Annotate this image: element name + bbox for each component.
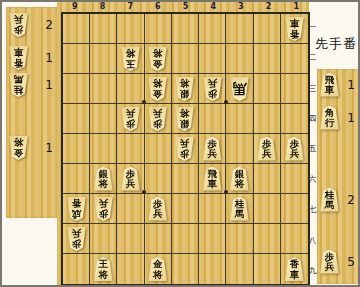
- cell-93[interactable]: [63, 74, 90, 104]
- cell-79[interactable]: [117, 254, 144, 284]
- gote-hand-gold-count: 1: [45, 141, 53, 155]
- cell-39[interactable]: [226, 254, 253, 284]
- star-point: [142, 100, 146, 104]
- gote-hand-pawn-count: 2: [45, 18, 53, 32]
- cell-68[interactable]: [145, 224, 172, 254]
- piece-kanji: 金 将: [8, 136, 29, 158]
- cell-82[interactable]: [90, 44, 117, 74]
- piece-kanji: 歩 兵: [202, 77, 223, 99]
- cell-48[interactable]: [199, 224, 226, 254]
- piece-wrapper: 桂 馬: [8, 73, 29, 97]
- sente-king[interactable]: 王 将: [93, 257, 114, 281]
- cell-72[interactable]: 玉 将: [117, 44, 144, 74]
- cell-17[interactable]: [281, 194, 308, 224]
- cell-32[interactable]: [226, 44, 253, 74]
- piece-kanji: 銀 将: [174, 107, 195, 129]
- gote-pawn[interactable]: 歩 兵: [174, 137, 195, 161]
- cell-13[interactable]: [281, 74, 308, 104]
- star-point: [224, 190, 228, 194]
- gote-promoted-lance[interactable]: 成 香: [66, 197, 87, 221]
- piece-wrapper: 歩 兵: [120, 167, 141, 191]
- cell-73[interactable]: [117, 74, 144, 104]
- piece-kanji: 玉 将: [120, 47, 141, 69]
- cell-25[interactable]: 歩 兵: [254, 134, 281, 164]
- gote-hand-lance[interactable]: 香 車1: [6, 44, 57, 71]
- file-label: 1: [282, 2, 310, 12]
- piece-kanji: 桂 馬: [8, 73, 29, 95]
- cell-28[interactable]: [254, 224, 281, 254]
- cell-34[interactable]: [226, 104, 253, 134]
- piece-wrapper: 歩 兵: [147, 107, 168, 131]
- piece-wrapper: 銀 将: [174, 77, 195, 101]
- star-point: [224, 100, 228, 104]
- cell-47[interactable]: [199, 194, 226, 224]
- piece-wrapper: 歩 兵: [202, 137, 223, 161]
- sente-rook[interactable]: 飛 車: [202, 167, 223, 191]
- gote-silver[interactable]: 銀 将: [174, 107, 195, 131]
- cell-14[interactable]: [281, 104, 308, 134]
- piece-wrapper: 玉 将: [120, 47, 141, 71]
- piece-wrapper: 歩 兵: [256, 137, 277, 161]
- cell-24[interactable]: [254, 104, 281, 134]
- file-label: 8: [89, 2, 117, 12]
- piece-wrapper: 飛 車: [202, 167, 223, 191]
- piece-kanji: 香 車: [284, 17, 305, 39]
- sente-knight[interactable]: 桂 馬: [319, 188, 340, 212]
- cell-71[interactable]: [117, 14, 144, 44]
- piece-wrapper: 香 車: [284, 17, 305, 41]
- piece-wrapper: 桂 馬: [319, 188, 340, 212]
- cell-75[interactable]: [117, 134, 144, 164]
- cell-76[interactable]: 歩 兵: [117, 164, 144, 194]
- cell-62[interactable]: 金 将: [145, 44, 172, 74]
- gote-pawn[interactable]: 歩 兵: [8, 13, 29, 37]
- cell-15[interactable]: 歩 兵: [281, 134, 308, 164]
- cell-23[interactable]: [254, 74, 281, 104]
- file-label: 4: [199, 2, 227, 12]
- gote-hand-gold[interactable]: 金 将1: [6, 134, 57, 161]
- cell-16[interactable]: [281, 164, 308, 194]
- piece-kanji: 香 車: [8, 46, 29, 68]
- piece-kanji: 王 将: [93, 259, 114, 281]
- piece-wrapper: 金 将: [147, 257, 168, 281]
- cell-98[interactable]: 歩 兵: [63, 224, 90, 254]
- gote-pawn[interactable]: 歩 兵: [202, 77, 223, 101]
- cell-43[interactable]: 歩 兵: [199, 74, 226, 104]
- piece-kanji: 歩 兵: [120, 107, 141, 129]
- sente-hand-rook[interactable]: 飛 車1: [317, 71, 359, 98]
- piece-wrapper: 歩 兵: [93, 197, 114, 221]
- piece-kanji: 歩 兵: [120, 169, 141, 191]
- piece-kanji: 歩 兵: [319, 252, 340, 274]
- cell-53[interactable]: 銀 将: [172, 74, 199, 104]
- file-label: 5: [172, 2, 200, 12]
- sente-hand-tray: 飛 車1角 行1桂 馬2歩 兵5: [317, 69, 359, 284]
- cell-45[interactable]: 歩 兵: [199, 134, 226, 164]
- piece-wrapper: 銀 将: [93, 167, 114, 191]
- gote-gold[interactable]: 金 将: [8, 136, 29, 160]
- gote-knight[interactable]: 桂 馬: [8, 73, 29, 97]
- cell-51[interactable]: [172, 14, 199, 44]
- sente-lance[interactable]: 香 車: [284, 257, 305, 281]
- piece-kanji: 銀 将: [93, 169, 114, 191]
- piece-wrapper: 歩 兵: [66, 227, 87, 251]
- gote-pawn[interactable]: 歩 兵: [93, 197, 114, 221]
- sente-hand-pawn[interactable]: 歩 兵5: [317, 248, 359, 275]
- cell-87[interactable]: 歩 兵: [90, 194, 117, 224]
- cell-92[interactable]: [63, 44, 90, 74]
- sente-hand-knight[interactable]: 桂 馬2: [317, 186, 359, 213]
- gote-gold[interactable]: 金 将: [147, 47, 168, 71]
- piece-kanji: 金 将: [147, 47, 168, 69]
- cell-85[interactable]: [90, 134, 117, 164]
- piece-kanji: 歩 兵: [147, 199, 168, 221]
- turn-indicator: 先手番: [315, 35, 357, 53]
- cell-78[interactable]: [117, 224, 144, 254]
- piece-kanji: 馬: [229, 77, 250, 99]
- gote-hand-pawn[interactable]: 歩 兵2: [6, 11, 57, 38]
- piece-wrapper: 金 将: [147, 47, 168, 71]
- piece-kanji: 角 行: [319, 108, 340, 130]
- piece-wrapper: 銀 将: [229, 167, 250, 191]
- gote-pawn[interactable]: 歩 兵: [147, 107, 168, 131]
- piece-kanji: 歩 兵: [202, 139, 223, 161]
- piece-kanji: 歩 兵: [66, 227, 87, 249]
- piece-wrapper: 桂 馬: [229, 197, 250, 221]
- gote-promoted-bishop[interactable]: 馬: [229, 77, 250, 101]
- piece-wrapper: 金 将: [8, 136, 29, 160]
- piece-kanji: 歩 兵: [8, 13, 29, 35]
- gote-hand-tray: 歩 兵2香 車1桂 馬1金 将1: [6, 7, 57, 218]
- cell-61[interactable]: [145, 14, 172, 44]
- sente-pawn[interactable]: 歩 兵: [120, 167, 141, 191]
- sente-hand-bishop[interactable]: 角 行1: [317, 104, 359, 131]
- piece-wrapper: 香 車: [8, 46, 29, 70]
- file-label: 7: [116, 2, 144, 12]
- cell-52[interactable]: [172, 44, 199, 74]
- gote-pawn[interactable]: 歩 兵: [66, 227, 87, 251]
- cell-44[interactable]: [199, 104, 226, 134]
- sente-pawn[interactable]: 歩 兵: [256, 137, 277, 161]
- cell-18[interactable]: [281, 224, 308, 254]
- cell-84[interactable]: [90, 104, 117, 134]
- file-labels: 987654321: [61, 2, 310, 12]
- piece-wrapper: 王 将: [93, 257, 114, 281]
- file-label: 6: [144, 2, 172, 12]
- gote-lance[interactable]: 香 車: [284, 17, 305, 41]
- sente-pawn[interactable]: 歩 兵: [202, 137, 223, 161]
- cell-65[interactable]: [145, 134, 172, 164]
- gote-hand-knight-count: 1: [45, 78, 53, 92]
- piece-wrapper: 歩 兵: [202, 77, 223, 101]
- cell-21[interactable]: [254, 14, 281, 44]
- sente-hand-pawn-count: 5: [347, 255, 355, 269]
- cell-94[interactable]: [63, 104, 90, 134]
- gote-gold[interactable]: 金 将: [147, 77, 168, 101]
- gote-pawn[interactable]: 歩 兵: [120, 107, 141, 131]
- cell-12[interactable]: [281, 44, 308, 74]
- cell-41[interactable]: [199, 14, 226, 44]
- cell-69[interactable]: 金 将: [145, 254, 172, 284]
- star-point: [142, 190, 146, 194]
- piece-wrapper: 歩 兵: [8, 13, 29, 37]
- cell-95[interactable]: [63, 134, 90, 164]
- cell-97[interactable]: 成 香: [63, 194, 90, 224]
- cell-74[interactable]: 歩 兵: [117, 104, 144, 134]
- cell-46[interactable]: 飛 車: [199, 164, 226, 194]
- piece-kanji: 飛 車: [202, 169, 223, 191]
- piece-wrapper: 成 香: [66, 197, 87, 221]
- cell-56[interactable]: [172, 164, 199, 194]
- cell-42[interactable]: [199, 44, 226, 74]
- board-grid: 香 車玉 将金 将金 将銀 将歩 兵馬歩 兵歩 兵銀 将歩 兵歩 兵歩 兵歩 兵…: [61, 12, 310, 286]
- cell-33[interactable]: 馬: [226, 74, 253, 104]
- cell-66[interactable]: [145, 164, 172, 194]
- cell-37[interactable]: 桂 馬: [226, 194, 253, 224]
- cell-35[interactable]: [226, 134, 253, 164]
- piece-wrapper: 香 車: [284, 257, 305, 281]
- cell-57[interactable]: [172, 194, 199, 224]
- sente-rook[interactable]: 飛 車: [319, 73, 340, 97]
- piece-kanji: 成 香: [66, 197, 87, 219]
- piece-kanji: 歩 兵: [147, 107, 168, 129]
- sente-pawn[interactable]: 歩 兵: [284, 137, 305, 161]
- sente-hand-rook-count: 1: [347, 78, 355, 92]
- piece-kanji: 桂 馬: [229, 199, 250, 221]
- sente-silver[interactable]: 銀 将: [229, 167, 250, 191]
- piece-kanji: 歩 兵: [93, 197, 114, 219]
- cell-88[interactable]: [90, 224, 117, 254]
- cell-54[interactable]: 銀 将: [172, 104, 199, 134]
- cell-38[interactable]: [226, 224, 253, 254]
- piece-kanji: 銀 将: [174, 77, 195, 99]
- cell-58[interactable]: [172, 224, 199, 254]
- cell-67[interactable]: 歩 兵: [145, 194, 172, 224]
- piece-wrapper: 馬: [229, 77, 250, 101]
- cell-55[interactable]: 歩 兵: [172, 134, 199, 164]
- sente-pawn[interactable]: 歩 兵: [147, 197, 168, 221]
- cell-59[interactable]: [172, 254, 199, 284]
- piece-wrapper: 歩 兵: [120, 107, 141, 131]
- cell-96[interactable]: [63, 164, 90, 194]
- cell-63[interactable]: 金 将: [145, 74, 172, 104]
- piece-kanji: 金 将: [147, 77, 168, 99]
- cell-91[interactable]: [63, 14, 90, 44]
- shogi-app-window: 987654321 香 車玉 将金 将金 将銀 将歩 兵馬歩 兵歩 兵銀 将歩 …: [0, 0, 360, 287]
- piece-wrapper: 歩 兵: [174, 137, 195, 161]
- cell-89[interactable]: 王 将: [90, 254, 117, 284]
- gote-hand-lance-count: 1: [45, 51, 53, 65]
- piece-kanji: 金 将: [147, 259, 168, 281]
- cell-81[interactable]: [90, 14, 117, 44]
- piece-kanji: 香 車: [284, 259, 305, 281]
- cell-31[interactable]: [226, 14, 253, 44]
- cell-26[interactable]: [254, 164, 281, 194]
- piece-wrapper: 歩 兵: [147, 197, 168, 221]
- sente-knight[interactable]: 桂 馬: [229, 197, 250, 221]
- file-label: 3: [227, 2, 255, 12]
- file-label: 9: [61, 2, 89, 12]
- piece-kanji: 歩 兵: [174, 137, 195, 159]
- piece-wrapper: 歩 兵: [284, 137, 305, 161]
- cell-49[interactable]: [199, 254, 226, 284]
- cell-86[interactable]: 銀 将: [90, 164, 117, 194]
- cell-22[interactable]: [254, 44, 281, 74]
- file-label: 2: [255, 2, 283, 12]
- cell-99[interactable]: [63, 254, 90, 284]
- piece-wrapper: 歩 兵: [319, 250, 340, 274]
- cell-36[interactable]: 銀 将: [226, 164, 253, 194]
- piece-wrapper: 角 行: [319, 106, 340, 130]
- cell-19[interactable]: 香 車: [281, 254, 308, 284]
- cell-64[interactable]: 歩 兵: [145, 104, 172, 134]
- piece-kanji: 歩 兵: [284, 139, 305, 161]
- cell-77[interactable]: [117, 194, 144, 224]
- cell-11[interactable]: 香 車: [281, 14, 308, 44]
- sente-hand-bishop-count: 1: [347, 111, 355, 125]
- piece-wrapper: 飛 車: [319, 73, 340, 97]
- piece-kanji: 歩 兵: [256, 139, 277, 161]
- gote-silver[interactable]: 銀 将: [174, 77, 195, 101]
- sente-hand-knight-count: 2: [347, 193, 355, 207]
- piece-kanji: 飛 車: [319, 75, 340, 97]
- gote-lance[interactable]: 香 車: [8, 46, 29, 70]
- sente-bishop[interactable]: 角 行: [319, 106, 340, 130]
- piece-kanji: 桂 馬: [319, 190, 340, 212]
- cell-29[interactable]: [254, 254, 281, 284]
- cell-27[interactable]: [254, 194, 281, 224]
- sente-pawn[interactable]: 歩 兵: [319, 250, 340, 274]
- piece-kanji: 銀 将: [229, 169, 250, 191]
- piece-wrapper: 銀 将: [174, 107, 195, 131]
- gote-hand-knight[interactable]: 桂 馬1: [6, 71, 57, 98]
- sente-gold[interactable]: 金 将: [147, 257, 168, 281]
- piece-wrapper: 金 将: [147, 77, 168, 101]
- gote-king[interactable]: 玉 将: [120, 47, 141, 71]
- cell-83[interactable]: [90, 74, 117, 104]
- sente-silver[interactable]: 銀 将: [93, 167, 114, 191]
